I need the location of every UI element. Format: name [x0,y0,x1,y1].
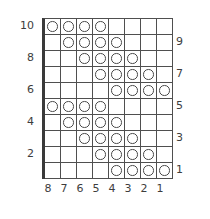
grid-cell [61,115,77,131]
circle-marker [143,165,154,176]
grid-cell [61,163,77,179]
circle-marker [95,117,106,128]
grid-cell [61,147,77,163]
row-label-right: 3 [176,130,194,146]
circle-marker [143,69,154,80]
grid-cell [61,67,77,83]
grid-cell [109,51,125,67]
row-label-right: 7 [176,66,194,82]
grid-cell [109,147,125,163]
grid-cell [141,19,157,35]
grid-cell [61,99,77,115]
grid-cell [109,99,125,115]
circle-marker [95,101,106,112]
circle-marker [47,21,58,32]
grid-cell [77,115,93,131]
grid-cell [61,51,77,67]
circle-marker [79,37,90,48]
grid-cell [45,83,61,99]
grid-cell [77,163,93,179]
grid-cell [157,163,173,179]
grid-cell [45,51,61,67]
circle-marker [111,69,122,80]
circle-marker [127,85,138,96]
grid-cell [141,115,157,131]
circle-marker [127,165,138,176]
grid-cell [157,99,173,115]
grid-cell [45,115,61,131]
grid-cell [125,67,141,83]
grid-cell [77,83,93,99]
grid-cell [93,147,109,163]
circle-marker [95,37,106,48]
grid-cell [61,19,77,35]
circle-marker [63,117,74,128]
circle-marker [79,21,90,32]
grid-cell [93,115,109,131]
circle-marker [143,85,154,96]
dot-grid-board [42,18,173,179]
circle-marker [159,165,170,176]
grid-cell [61,35,77,51]
grid-cell [93,35,109,51]
grid-cell [77,99,93,115]
grid-cell [77,51,93,67]
circle-marker [63,101,74,112]
circle-marker [111,149,122,160]
grid-cell [141,131,157,147]
grid-cell [77,19,93,35]
col-label: 4 [104,182,120,196]
grid-cell [157,147,173,163]
circle-marker [63,21,74,32]
grid-cell [93,51,109,67]
grid-cell [93,19,109,35]
circle-marker [127,133,138,144]
grid-cell [125,115,141,131]
row-label-left: 6 [0,82,34,98]
grid-cell [109,115,125,131]
grid-cell [77,147,93,163]
circle-marker [111,85,122,96]
circle-marker [95,133,106,144]
circle-marker [111,133,122,144]
worksheet-canvas: 1086429753187654321 [0,0,210,219]
grid-cell [141,99,157,115]
grid-cell [157,131,173,147]
grid-cell [45,67,61,83]
circle-marker [79,101,90,112]
row-label-right: 9 [176,34,194,50]
grid-cell [93,67,109,83]
grid-cell [93,83,109,99]
row-label-left: 4 [0,114,34,130]
circle-marker [79,53,90,64]
circle-marker [47,101,58,112]
grid-cell [125,51,141,67]
circle-marker [111,117,122,128]
grid-cell [141,83,157,99]
grid-cell [125,131,141,147]
circle-marker [111,37,122,48]
grid-cell [109,131,125,147]
grid-cell [157,115,173,131]
circle-marker [111,53,122,64]
col-label: 6 [72,182,88,196]
grid-cell [109,19,125,35]
grid-cell [109,67,125,83]
grid-cell [61,131,77,147]
grid-cell [157,67,173,83]
grid-cell [157,35,173,51]
grid-cell [141,51,157,67]
grid-cell [77,67,93,83]
grid-cell [141,35,157,51]
grid-cell [93,99,109,115]
row-label-right: 1 [176,162,194,178]
circle-marker [127,53,138,64]
grid-cell [141,163,157,179]
col-label: 8 [40,182,56,196]
circle-marker [95,69,106,80]
row-label-left: 8 [0,50,34,66]
grid-cell [125,19,141,35]
grid-cell [45,147,61,163]
grid-cell [109,35,125,51]
grid-cell [125,99,141,115]
grid-cell [141,147,157,163]
row-label-left: 10 [0,18,34,34]
row-label-left: 2 [0,146,34,162]
circle-marker [127,149,138,160]
grid-cell [157,83,173,99]
grid-cell [61,83,77,99]
grid-cell [77,131,93,147]
circle-marker [79,133,90,144]
circle-marker [127,69,138,80]
grid-cell [125,163,141,179]
grid-cell [77,35,93,51]
col-label: 1 [152,182,168,196]
grid-cell [45,19,61,35]
grid-cell [45,35,61,51]
circle-marker [95,21,106,32]
col-label: 3 [120,182,136,196]
grid-cell [157,51,173,67]
grid-cell [93,163,109,179]
grid-cell [45,131,61,147]
col-label: 2 [136,182,152,196]
grid-cell [125,83,141,99]
circle-marker [79,117,90,128]
circle-marker [95,53,106,64]
circle-marker [63,37,74,48]
grid-cell [125,147,141,163]
grid-cell [157,19,173,35]
grid-cell [45,163,61,179]
grid-cell [109,83,125,99]
col-label: 7 [56,182,72,196]
grid-cell [141,67,157,83]
grid-cell [93,131,109,147]
circle-marker [143,149,154,160]
grid-cell [109,163,125,179]
circle-marker [95,149,106,160]
grid-cell [45,99,61,115]
circle-marker [159,85,170,96]
circle-marker [111,165,122,176]
col-label: 5 [88,182,104,196]
grid-cell [125,35,141,51]
row-label-right: 5 [176,98,194,114]
